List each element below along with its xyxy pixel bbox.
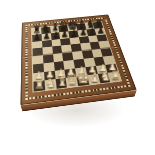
- chess-set-photo: ♜♞♝♛♚♝♞♜♟♟♟♟♟♟♟♟♟♟♟♟♟♟♟♟♜♞♝♛♚♝♞♜: [22, 2, 122, 102]
- piece-white-rook[interactable]: ♜: [33, 81, 45, 92]
- white-rook-icon: ♜: [29, 79, 49, 91]
- photo-background: ♜♞♝♛♚♝♞♜♟♟♟♟♟♟♟♟♟♟♟♟♟♟♟♟♜♞♝♛♚♝♞♜: [0, 0, 155, 155]
- black-pawn-icon: ♟: [29, 33, 46, 42]
- piece-black-pawn[interactable]: ♟: [32, 34, 42, 42]
- chess-board: ♜♞♝♛♚♝♞♜♟♟♟♟♟♟♟♟♟♟♟♟♟♟♟♟♜♞♝♛♚♝♞♜: [21, 14, 137, 105]
